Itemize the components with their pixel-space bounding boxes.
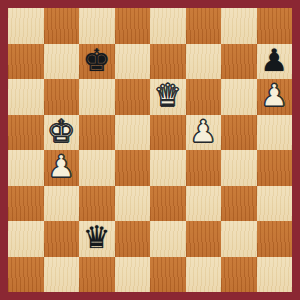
piece-black-pawn[interactable]: ♟ (260, 45, 288, 76)
square-d7[interactable] (115, 44, 151, 80)
square-c4[interactable] (79, 150, 115, 186)
square-d1[interactable] (115, 257, 151, 293)
square-g6[interactable] (221, 79, 257, 115)
square-g5[interactable] (221, 115, 257, 151)
square-c3[interactable] (79, 186, 115, 222)
piece-white-pawn[interactable]: ♟ (47, 151, 75, 182)
square-a8[interactable] (8, 8, 44, 44)
square-g3[interactable] (221, 186, 257, 222)
square-e7[interactable] (150, 44, 186, 80)
square-g7[interactable] (221, 44, 257, 80)
square-b1[interactable] (44, 257, 80, 293)
square-d3[interactable] (115, 186, 151, 222)
square-b4[interactable]: ♟ (44, 150, 80, 186)
square-a3[interactable] (8, 186, 44, 222)
square-e5[interactable] (150, 115, 186, 151)
square-a6[interactable] (8, 79, 44, 115)
square-d5[interactable] (115, 115, 151, 151)
square-c8[interactable] (79, 8, 115, 44)
square-e8[interactable] (150, 8, 186, 44)
square-c1[interactable] (79, 257, 115, 293)
square-e6[interactable]: ♛ (150, 79, 186, 115)
piece-black-king[interactable]: ♚ (83, 45, 111, 76)
square-c6[interactable] (79, 79, 115, 115)
square-b5[interactable]: ♚ (44, 115, 80, 151)
square-b2[interactable] (44, 221, 80, 257)
square-c5[interactable] (79, 115, 115, 151)
square-e4[interactable] (150, 150, 186, 186)
square-a7[interactable] (8, 44, 44, 80)
square-h8[interactable] (257, 8, 293, 44)
square-a2[interactable] (8, 221, 44, 257)
chess-board-frame: ♚♟♛♟♚♟♟♛ (0, 0, 300, 300)
piece-white-king[interactable]: ♚ (47, 116, 75, 147)
square-d6[interactable] (115, 79, 151, 115)
square-d8[interactable] (115, 8, 151, 44)
square-e3[interactable] (150, 186, 186, 222)
square-c7[interactable]: ♚ (79, 44, 115, 80)
piece-white-pawn[interactable]: ♟ (260, 80, 288, 111)
square-f3[interactable] (186, 186, 222, 222)
square-a5[interactable] (8, 115, 44, 151)
square-g8[interactable] (221, 8, 257, 44)
square-h4[interactable] (257, 150, 293, 186)
square-f1[interactable] (186, 257, 222, 293)
square-h7[interactable]: ♟ (257, 44, 293, 80)
square-g4[interactable] (221, 150, 257, 186)
piece-white-pawn[interactable]: ♟ (189, 116, 217, 147)
square-f2[interactable] (186, 221, 222, 257)
square-a4[interactable] (8, 150, 44, 186)
square-g2[interactable] (221, 221, 257, 257)
piece-black-queen[interactable]: ♛ (83, 222, 111, 253)
square-g1[interactable] (221, 257, 257, 293)
square-d2[interactable] (115, 221, 151, 257)
square-c2[interactable]: ♛ (79, 221, 115, 257)
square-a1[interactable] (8, 257, 44, 293)
piece-white-queen[interactable]: ♛ (154, 80, 182, 111)
square-f7[interactable] (186, 44, 222, 80)
square-f6[interactable] (186, 79, 222, 115)
square-e2[interactable] (150, 221, 186, 257)
square-h6[interactable]: ♟ (257, 79, 293, 115)
square-b8[interactable] (44, 8, 80, 44)
square-h3[interactable] (257, 186, 293, 222)
square-b6[interactable] (44, 79, 80, 115)
square-f8[interactable] (186, 8, 222, 44)
square-f5[interactable]: ♟ (186, 115, 222, 151)
square-h5[interactable] (257, 115, 293, 151)
square-h2[interactable] (257, 221, 293, 257)
chess-board: ♚♟♛♟♚♟♟♛ (8, 8, 292, 292)
square-f4[interactable] (186, 150, 222, 186)
square-b3[interactable] (44, 186, 80, 222)
square-d4[interactable] (115, 150, 151, 186)
square-h1[interactable] (257, 257, 293, 293)
square-e1[interactable] (150, 257, 186, 293)
square-b7[interactable] (44, 44, 80, 80)
